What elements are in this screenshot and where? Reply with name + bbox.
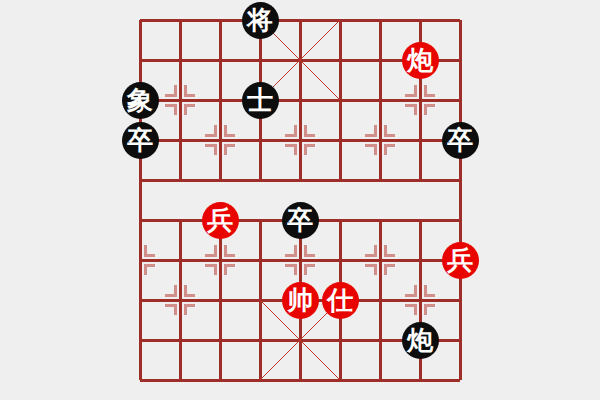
piece-black-soldier[interactable]: 卒 — [282, 202, 319, 239]
piece-red-advisor[interactable]: 仕 — [322, 282, 359, 319]
piece-black-cannon[interactable]: 炮 — [402, 322, 439, 359]
piece-black-elephant[interactable]: 象 — [122, 82, 159, 119]
xiangqi-app-background: 将炮象士卒卒兵卒兵帅仕炮 — [0, 0, 600, 400]
piece-red-general[interactable]: 帅 — [282, 282, 319, 319]
piece-black-soldier[interactable]: 卒 — [442, 122, 479, 159]
piece-red-cannon[interactable]: 炮 — [402, 42, 439, 79]
piece-red-soldier[interactable]: 兵 — [442, 242, 479, 279]
piece-black-advisor[interactable]: 士 — [242, 82, 279, 119]
piece-black-soldier[interactable]: 卒 — [122, 122, 159, 159]
piece-black-general[interactable]: 将 — [242, 2, 279, 39]
pieces-layer: 将炮象士卒卒兵卒兵帅仕炮 — [120, 0, 480, 400]
piece-red-soldier[interactable]: 兵 — [202, 202, 239, 239]
